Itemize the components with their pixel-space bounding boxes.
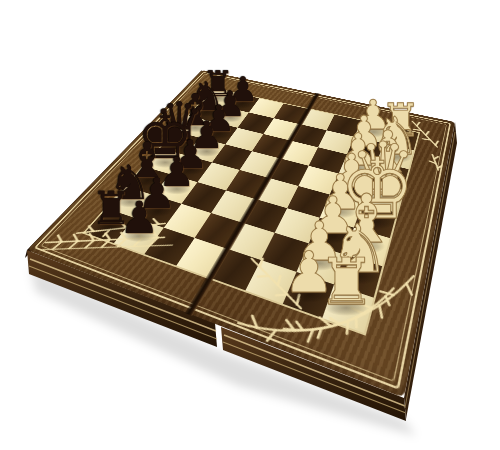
white-rook-h1[interactable]: ♜ [318, 250, 376, 314]
black-pawn-h7[interactable]: ♟ [119, 196, 159, 240]
chess-set-photo: ♜♞♝♛♚♝♞♜♟♟♟♟♟♟♟♟♟♟♟♟♟♟♟♟♜♞♝♛♚♝♞♜ [0, 0, 500, 450]
pieces-layer: ♜♞♝♛♚♝♞♜♟♟♟♟♟♟♟♟♟♟♟♟♟♟♟♟♜♞♝♛♚♝♞♜ [0, 0, 500, 450]
